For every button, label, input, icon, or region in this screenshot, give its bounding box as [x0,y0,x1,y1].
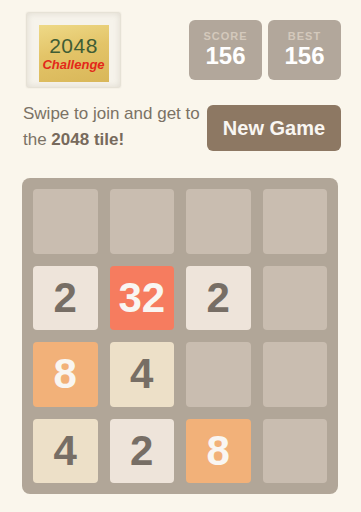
logo-gold-badge: 2048 Challenge [39,25,109,82]
best-value: 156 [268,43,341,69]
tile-8: 8 [186,419,251,484]
tile-2: 2 [33,266,98,331]
logo-subtitle: Challenge [42,57,104,72]
app-window: 2048 Challenge SCORE 156 BEST 156 Swipe … [0,0,361,512]
tile-4: 4 [33,419,98,484]
empty-cell [186,342,251,407]
app-logo: 2048 Challenge [27,13,120,87]
logo-title: 2048 [49,35,98,57]
empty-cell [263,419,328,484]
intro-text-bold: 2048 tile! [51,130,124,149]
tile-2: 2 [110,419,175,484]
new-game-label: New Game [223,117,325,140]
tile-4: 4 [110,342,175,407]
empty-cell [33,189,98,254]
empty-cell [263,266,328,331]
score-value: 156 [189,43,262,69]
empty-cell [263,189,328,254]
new-game-button[interactable]: New Game [207,105,341,151]
tile-32: 32 [110,266,175,331]
intro-text: Swipe to join and get to the 2048 tile! [23,101,215,153]
score-box: SCORE 156 [189,20,262,80]
empty-cell [263,342,328,407]
empty-cell [186,189,251,254]
best-box: BEST 156 [268,20,341,80]
tile-2: 2 [186,266,251,331]
board[interactable]: 232284428 [22,178,338,494]
tile-8: 8 [33,342,98,407]
empty-cell [110,189,175,254]
